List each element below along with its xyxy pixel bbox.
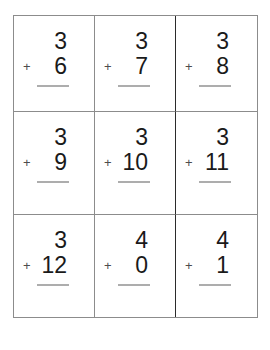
plus-sign: +: [23, 253, 31, 278]
answer-blank-line: [37, 181, 69, 183]
flash-card: 3 + 6: [14, 16, 95, 112]
answer-blank-line: [118, 284, 150, 286]
flash-card: 3 + 9: [14, 112, 95, 214]
flash-card-sheet: 3 + 6 3 + 7 3 + 8 3: [13, 15, 258, 318]
top-addend: 4: [104, 228, 154, 253]
plus-sign: +: [185, 150, 193, 175]
top-addend: 4: [185, 228, 235, 253]
addition-problem: 4 + 0: [104, 228, 154, 286]
plus-sign: +: [104, 150, 112, 175]
addition-problem: 3 + 7: [104, 29, 154, 87]
top-addend: 3: [185, 29, 235, 54]
bottom-addend: 1: [193, 253, 235, 278]
plus-sign: +: [104, 253, 112, 278]
bottom-addend: 0: [112, 253, 154, 278]
addition-problem: 3 + 6: [23, 29, 73, 87]
flash-card: 3 + 11: [176, 112, 257, 214]
addition-problem: 3 + 10: [104, 125, 154, 183]
answer-blank-line: [37, 85, 69, 87]
addition-problem: 3 + 9: [23, 125, 73, 183]
addition-problem: 3 + 12: [23, 228, 73, 286]
flash-card: 3 + 10: [95, 112, 176, 214]
flash-card: 4 + 1: [176, 215, 257, 317]
bottom-addend: 12: [31, 253, 73, 278]
top-addend: 3: [104, 29, 154, 54]
top-addend: 3: [185, 125, 235, 150]
bottom-addend: 6: [31, 54, 73, 79]
addition-problem: 4 + 1: [185, 228, 235, 286]
plus-sign: +: [23, 150, 31, 175]
answer-blank-line: [199, 181, 231, 183]
top-addend: 3: [23, 29, 73, 54]
bottom-addend: 8: [193, 54, 235, 79]
flash-card: 3 + 8: [176, 16, 257, 112]
bottom-addend: 7: [112, 54, 154, 79]
answer-blank-line: [118, 85, 150, 87]
plus-sign: +: [185, 253, 193, 278]
addition-problem: 3 + 11: [185, 125, 235, 183]
flash-card: 3 + 12: [14, 215, 95, 317]
answer-blank-line: [199, 85, 231, 87]
top-addend: 3: [104, 125, 154, 150]
top-addend: 3: [23, 125, 73, 150]
bottom-addend: 10: [112, 150, 154, 175]
answer-blank-line: [118, 181, 150, 183]
plus-sign: +: [185, 54, 193, 79]
answer-blank-line: [199, 284, 231, 286]
plus-sign: +: [104, 54, 112, 79]
flash-card: 4 + 0: [95, 215, 176, 317]
answer-blank-line: [37, 284, 69, 286]
bottom-addend: 9: [31, 150, 73, 175]
addition-problem: 3 + 8: [185, 29, 235, 87]
top-addend: 3: [23, 228, 73, 253]
bottom-addend: 11: [193, 150, 235, 175]
flash-card: 3 + 7: [95, 16, 176, 112]
plus-sign: +: [23, 54, 31, 79]
